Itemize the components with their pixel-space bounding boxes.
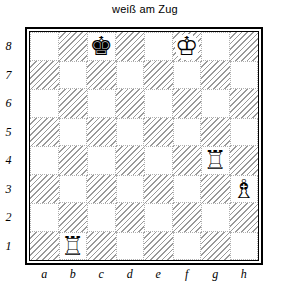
square-h7[interactable]	[230, 61, 259, 90]
square-h4[interactable]	[230, 146, 259, 175]
square-g7[interactable]	[201, 61, 230, 90]
rank-label-1: 1	[0, 232, 17, 261]
square-e2[interactable]	[144, 203, 173, 232]
square-f7[interactable]	[173, 61, 202, 90]
square-h8[interactable]	[230, 32, 259, 61]
square-c1[interactable]	[87, 232, 116, 261]
square-b2[interactable]	[59, 203, 88, 232]
chess-board-inner-frame: ♚♔♖♗♖	[29, 31, 259, 261]
square-c8[interactable]: ♚	[87, 32, 116, 61]
square-d6[interactable]	[116, 89, 145, 118]
square-c5[interactable]	[87, 118, 116, 147]
square-h2[interactable]	[230, 203, 259, 232]
file-label-b: b	[59, 267, 88, 282]
file-label-d: d	[116, 267, 145, 282]
square-f2[interactable]	[173, 203, 202, 232]
square-c7[interactable]	[87, 61, 116, 90]
square-e8[interactable]	[144, 32, 173, 61]
square-h6[interactable]	[230, 89, 259, 118]
square-g5[interactable]	[201, 118, 230, 147]
square-g4[interactable]: ♖	[201, 146, 230, 175]
rank-label-2: 2	[0, 203, 17, 232]
square-g8[interactable]	[201, 32, 230, 61]
square-a6[interactable]	[30, 89, 59, 118]
square-d4[interactable]	[116, 146, 145, 175]
square-c4[interactable]	[87, 146, 116, 175]
file-label-a: a	[30, 267, 59, 282]
square-g2[interactable]	[201, 203, 230, 232]
piece-black-king[interactable]: ♚	[87, 32, 116, 61]
page-title: weiß am Zug	[0, 3, 290, 15]
square-g6[interactable]	[201, 89, 230, 118]
square-b1[interactable]: ♖	[59, 232, 88, 261]
square-a3[interactable]	[30, 175, 59, 204]
square-e1[interactable]	[144, 232, 173, 261]
file-label-e: e	[144, 267, 173, 282]
file-label-f: f	[173, 267, 202, 282]
square-c2[interactable]	[87, 203, 116, 232]
rank-label-8: 8	[0, 32, 17, 61]
piece-white-king[interactable]: ♔	[173, 32, 202, 61]
square-c3[interactable]	[87, 175, 116, 204]
square-a8[interactable]	[30, 32, 59, 61]
rank-label-7: 7	[0, 61, 17, 90]
square-b4[interactable]	[59, 146, 88, 175]
square-e4[interactable]	[144, 146, 173, 175]
square-g3[interactable]	[201, 175, 230, 204]
rank-label-6: 6	[0, 89, 17, 118]
piece-white-bishop[interactable]: ♗	[230, 175, 259, 204]
square-a2[interactable]	[30, 203, 59, 232]
square-e6[interactable]	[144, 89, 173, 118]
board-grid: ♚♔♖♗♖	[30, 32, 258, 260]
square-a5[interactable]	[30, 118, 59, 147]
square-h5[interactable]	[230, 118, 259, 147]
square-b3[interactable]	[59, 175, 88, 204]
square-d5[interactable]	[116, 118, 145, 147]
square-d1[interactable]	[116, 232, 145, 261]
file-label-g: g	[201, 267, 230, 282]
square-f6[interactable]	[173, 89, 202, 118]
square-f3[interactable]	[173, 175, 202, 204]
square-h3[interactable]: ♗	[230, 175, 259, 204]
square-d8[interactable]	[116, 32, 145, 61]
square-e5[interactable]	[144, 118, 173, 147]
file-label-h: h	[230, 267, 259, 282]
piece-white-rook[interactable]: ♖	[201, 146, 230, 175]
square-a1[interactable]	[30, 232, 59, 261]
square-b7[interactable]	[59, 61, 88, 90]
square-f5[interactable]	[173, 118, 202, 147]
rank-label-5: 5	[0, 118, 17, 147]
square-a7[interactable]	[30, 61, 59, 90]
file-labels: abcdefgh	[30, 267, 258, 282]
square-d3[interactable]	[116, 175, 145, 204]
square-b8[interactable]	[59, 32, 88, 61]
rank-label-3: 3	[0, 175, 17, 204]
square-f8[interactable]: ♔	[173, 32, 202, 61]
square-c6[interactable]	[87, 89, 116, 118]
square-b6[interactable]	[59, 89, 88, 118]
square-e3[interactable]	[144, 175, 173, 204]
square-a4[interactable]	[30, 146, 59, 175]
square-f4[interactable]	[173, 146, 202, 175]
rank-labels: 87654321	[0, 32, 17, 260]
file-label-c: c	[87, 267, 116, 282]
square-d2[interactable]	[116, 203, 145, 232]
piece-white-rook[interactable]: ♖	[59, 232, 88, 261]
square-h1[interactable]	[230, 232, 259, 261]
square-f1[interactable]	[173, 232, 202, 261]
square-e7[interactable]	[144, 61, 173, 90]
square-g1[interactable]	[201, 232, 230, 261]
square-d7[interactable]	[116, 61, 145, 90]
chess-board-frame: ♚♔♖♗♖	[25, 27, 263, 265]
rank-label-4: 4	[0, 146, 17, 175]
square-b5[interactable]	[59, 118, 88, 147]
